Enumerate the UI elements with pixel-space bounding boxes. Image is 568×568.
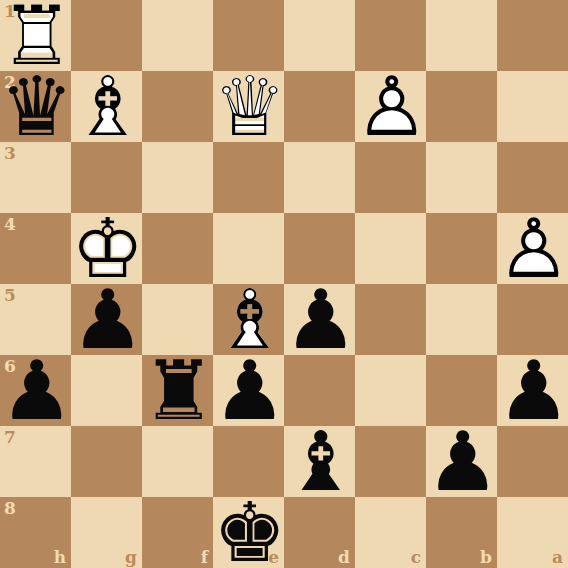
file-label-b: b (480, 549, 492, 566)
square-f1[interactable] (142, 0, 213, 71)
square-f2[interactable] (142, 71, 213, 142)
piece-line-layer: ♙ (497, 213, 568, 284)
piece-glyph: ♜ (142, 355, 213, 426)
square-b7[interactable]: ♟ (426, 426, 497, 497)
black-pawn[interactable]: ♟ (213, 355, 284, 426)
piece-glyph: ♟ (426, 426, 497, 497)
rank-label-8: 8 (4, 500, 16, 517)
black-rook[interactable]: ♜ (142, 355, 213, 426)
square-c8[interactable]: c (355, 497, 426, 568)
square-b2[interactable] (426, 71, 497, 142)
black-king[interactable]: ♚ (213, 497, 284, 568)
square-a1[interactable] (497, 0, 568, 71)
piece-glyph: ♟ (0, 355, 71, 426)
square-e8[interactable]: e♚ (213, 497, 284, 568)
square-d5[interactable]: ♟ (284, 284, 355, 355)
file-label-d: d (338, 549, 350, 566)
piece-glyph: ♟ (497, 355, 568, 426)
rank-label-5: 5 (4, 287, 16, 304)
square-g2[interactable]: ♝♗ (71, 71, 142, 142)
square-f3[interactable] (142, 142, 213, 213)
square-d2[interactable] (284, 71, 355, 142)
black-pawn[interactable]: ♟ (71, 284, 142, 355)
square-g7[interactable] (71, 426, 142, 497)
square-d1[interactable] (284, 0, 355, 71)
square-c5[interactable] (355, 284, 426, 355)
black-pawn[interactable]: ♟ (284, 284, 355, 355)
square-b4[interactable] (426, 213, 497, 284)
square-b1[interactable] (426, 0, 497, 71)
piece-line-layer: ♕ (213, 71, 284, 142)
piece-glyph: ♟ (213, 355, 284, 426)
piece-glyph: ♟ (284, 284, 355, 355)
square-h2[interactable]: 2♛ (0, 71, 71, 142)
piece-glyph: ♛ (0, 71, 71, 142)
square-c6[interactable] (355, 355, 426, 426)
square-d3[interactable] (284, 142, 355, 213)
black-bishop[interactable]: ♝ (284, 426, 355, 497)
square-c7[interactable] (355, 426, 426, 497)
square-f4[interactable] (142, 213, 213, 284)
file-label-c: c (411, 549, 421, 566)
square-f6[interactable]: ♜ (142, 355, 213, 426)
square-d7[interactable]: ♝ (284, 426, 355, 497)
black-pawn[interactable]: ♟ (0, 355, 71, 426)
square-f8[interactable]: f (142, 497, 213, 568)
file-label-a: a (552, 549, 563, 566)
square-a4[interactable]: ♟♙ (497, 213, 568, 284)
white-bishop[interactable]: ♝♗ (71, 71, 142, 142)
piece-glyph: ♟ (71, 284, 142, 355)
square-e6[interactable]: ♟ (213, 355, 284, 426)
chess-board: 1♜♖2♛♝♗♛♕♟♙34♚♔♟♙5♟♝♗♟6♟♜♟♟7♝♟8hgfe♚dcba (0, 0, 568, 568)
file-label-f: f (201, 549, 208, 566)
piece-glyph: ♝ (284, 426, 355, 497)
black-pawn[interactable]: ♟ (497, 355, 568, 426)
square-h6[interactable]: 6♟ (0, 355, 71, 426)
rank-label-4: 4 (4, 216, 16, 233)
square-g8[interactable]: g (71, 497, 142, 568)
square-a6[interactable]: ♟ (497, 355, 568, 426)
black-pawn[interactable]: ♟ (426, 426, 497, 497)
piece-line-layer: ♙ (355, 71, 426, 142)
square-a2[interactable] (497, 71, 568, 142)
square-c4[interactable] (355, 213, 426, 284)
square-e2[interactable]: ♛♕ (213, 71, 284, 142)
square-h4[interactable]: 4 (0, 213, 71, 284)
black-queen[interactable]: ♛ (0, 71, 71, 142)
piece-glyph: ♚ (213, 497, 284, 568)
white-pawn[interactable]: ♟♙ (355, 71, 426, 142)
square-b3[interactable] (426, 142, 497, 213)
file-label-h: h (54, 549, 66, 566)
square-g5[interactable]: ♟ (71, 284, 142, 355)
file-label-g: g (125, 549, 137, 566)
white-pawn[interactable]: ♟♙ (497, 213, 568, 284)
piece-line-layer: ♗ (71, 71, 142, 142)
square-c2[interactable]: ♟♙ (355, 71, 426, 142)
white-queen[interactable]: ♛♕ (213, 71, 284, 142)
square-h8[interactable]: 8h (0, 497, 71, 568)
square-b5[interactable] (426, 284, 497, 355)
square-a8[interactable]: a (497, 497, 568, 568)
